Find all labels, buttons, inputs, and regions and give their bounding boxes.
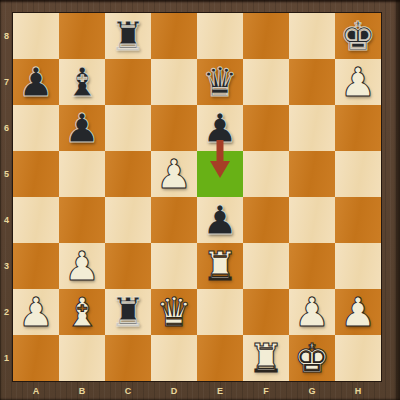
piece-black-pawn-b6[interactable]: ♟ bbox=[59, 105, 105, 151]
square-d1[interactable] bbox=[151, 335, 197, 381]
square-a7[interactable]: ♟ bbox=[13, 59, 59, 105]
chess-board: ♜♚♟♝♛♟♟♟♟♟♟♜♟♝♜♛♟♟♜♚ bbox=[13, 13, 381, 381]
file-label-d: D bbox=[151, 381, 197, 400]
rank-label-1: 1 bbox=[0, 335, 13, 381]
square-a2[interactable]: ♟ bbox=[13, 289, 59, 335]
square-f5[interactable] bbox=[243, 151, 289, 197]
square-b3[interactable]: ♟ bbox=[59, 243, 105, 289]
piece-white-king-g1[interactable]: ♚ bbox=[289, 335, 335, 381]
square-d8[interactable] bbox=[151, 13, 197, 59]
square-e2[interactable] bbox=[197, 289, 243, 335]
square-a5[interactable] bbox=[13, 151, 59, 197]
square-e4[interactable]: ♟ bbox=[197, 197, 243, 243]
square-b8[interactable] bbox=[59, 13, 105, 59]
square-e8[interactable] bbox=[197, 13, 243, 59]
square-c2[interactable]: ♜ bbox=[105, 289, 151, 335]
square-h3[interactable] bbox=[335, 243, 381, 289]
piece-white-pawn-d5[interactable]: ♟ bbox=[151, 151, 197, 197]
piece-white-pawn-h2[interactable]: ♟ bbox=[335, 289, 381, 335]
square-h1[interactable] bbox=[335, 335, 381, 381]
square-e7[interactable]: ♛ bbox=[197, 59, 243, 105]
square-g2[interactable]: ♟ bbox=[289, 289, 335, 335]
file-label-b: B bbox=[59, 381, 105, 400]
square-b2[interactable]: ♝ bbox=[59, 289, 105, 335]
file-label-h: H bbox=[335, 381, 381, 400]
square-h8[interactable]: ♚ bbox=[335, 13, 381, 59]
square-d6[interactable] bbox=[151, 105, 197, 151]
square-c7[interactable] bbox=[105, 59, 151, 105]
highlighted-square-e5[interactable] bbox=[197, 151, 243, 197]
rank-label-4: 4 bbox=[0, 197, 13, 243]
file-label-c: C bbox=[105, 381, 151, 400]
piece-black-queen-e7[interactable]: ♛ bbox=[197, 59, 243, 105]
piece-white-pawn-a2[interactable]: ♟ bbox=[13, 289, 59, 335]
piece-white-pawn-b3[interactable]: ♟ bbox=[59, 243, 105, 289]
square-d5[interactable]: ♟ bbox=[151, 151, 197, 197]
square-h5[interactable] bbox=[335, 151, 381, 197]
square-d7[interactable] bbox=[151, 59, 197, 105]
square-b7[interactable]: ♝ bbox=[59, 59, 105, 105]
piece-black-pawn-a7[interactable]: ♟ bbox=[13, 59, 59, 105]
rank-label-2: 2 bbox=[0, 289, 13, 335]
square-c6[interactable] bbox=[105, 105, 151, 151]
square-b6[interactable]: ♟ bbox=[59, 105, 105, 151]
square-f1[interactable]: ♜ bbox=[243, 335, 289, 381]
square-g6[interactable] bbox=[289, 105, 335, 151]
piece-black-bishop-b7[interactable]: ♝ bbox=[59, 59, 105, 105]
piece-white-pawn-g2[interactable]: ♟ bbox=[289, 289, 335, 335]
square-c1[interactable] bbox=[105, 335, 151, 381]
square-c3[interactable] bbox=[105, 243, 151, 289]
square-d4[interactable] bbox=[151, 197, 197, 243]
rank-label-3: 3 bbox=[0, 243, 13, 289]
square-f8[interactable] bbox=[243, 13, 289, 59]
rank-label-8: 8 bbox=[0, 13, 13, 59]
square-c5[interactable] bbox=[105, 151, 151, 197]
square-g3[interactable] bbox=[289, 243, 335, 289]
square-a1[interactable] bbox=[13, 335, 59, 381]
piece-white-rook-e3[interactable]: ♜ bbox=[197, 243, 243, 289]
square-a4[interactable] bbox=[13, 197, 59, 243]
rank-label-6: 6 bbox=[0, 105, 13, 151]
piece-white-bishop-b2[interactable]: ♝ bbox=[59, 289, 105, 335]
square-b4[interactable] bbox=[59, 197, 105, 243]
square-e1[interactable] bbox=[197, 335, 243, 381]
square-h7[interactable]: ♟ bbox=[335, 59, 381, 105]
file-label-a: A bbox=[13, 381, 59, 400]
square-c4[interactable] bbox=[105, 197, 151, 243]
rank-label-7: 7 bbox=[0, 59, 13, 105]
square-e3[interactable]: ♜ bbox=[197, 243, 243, 289]
chess-board-frame: ♜♚♟♝♛♟♟♟♟♟♟♜♟♝♜♛♟♟♜♚ 87654321ABCDEFGH bbox=[0, 0, 400, 400]
square-e6[interactable]: ♟ bbox=[197, 105, 243, 151]
piece-black-king-h8[interactable]: ♚ bbox=[335, 13, 381, 59]
square-h4[interactable] bbox=[335, 197, 381, 243]
square-f2[interactable] bbox=[243, 289, 289, 335]
square-g5[interactable] bbox=[289, 151, 335, 197]
square-g8[interactable] bbox=[289, 13, 335, 59]
square-d3[interactable] bbox=[151, 243, 197, 289]
file-label-e: E bbox=[197, 381, 243, 400]
square-a3[interactable] bbox=[13, 243, 59, 289]
square-b5[interactable] bbox=[59, 151, 105, 197]
piece-black-pawn-e6[interactable]: ♟ bbox=[197, 105, 243, 151]
square-f3[interactable] bbox=[243, 243, 289, 289]
piece-black-pawn-e4[interactable]: ♟ bbox=[197, 197, 243, 243]
square-b1[interactable] bbox=[59, 335, 105, 381]
square-h6[interactable] bbox=[335, 105, 381, 151]
square-d2[interactable]: ♛ bbox=[151, 289, 197, 335]
piece-black-rook-c2[interactable]: ♜ bbox=[105, 289, 151, 335]
square-f4[interactable] bbox=[243, 197, 289, 243]
square-a8[interactable] bbox=[13, 13, 59, 59]
square-f6[interactable] bbox=[243, 105, 289, 151]
square-c8[interactable]: ♜ bbox=[105, 13, 151, 59]
square-a6[interactable] bbox=[13, 105, 59, 151]
piece-white-pawn-h7[interactable]: ♟ bbox=[335, 59, 381, 105]
file-label-f: F bbox=[243, 381, 289, 400]
rank-label-5: 5 bbox=[0, 151, 13, 197]
square-g1[interactable]: ♚ bbox=[289, 335, 335, 381]
file-label-g: G bbox=[289, 381, 335, 400]
square-g4[interactable] bbox=[289, 197, 335, 243]
piece-white-rook-f1[interactable]: ♜ bbox=[243, 335, 289, 381]
square-f7[interactable] bbox=[243, 59, 289, 105]
piece-white-queen-d2[interactable]: ♛ bbox=[151, 289, 197, 335]
piece-black-rook-c8[interactable]: ♜ bbox=[105, 13, 151, 59]
square-h2[interactable]: ♟ bbox=[335, 289, 381, 335]
square-g7[interactable] bbox=[289, 59, 335, 105]
